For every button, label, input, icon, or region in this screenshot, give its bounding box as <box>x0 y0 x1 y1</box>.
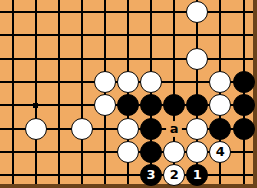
white-stone <box>209 94 231 116</box>
grid-line-horizontal <box>0 174 253 176</box>
black-stone <box>233 118 255 140</box>
white-stone <box>140 71 162 93</box>
grid-line-horizontal <box>0 11 253 13</box>
go-board: a1234 <box>0 0 257 188</box>
black-stone <box>186 94 208 116</box>
white-stone <box>25 118 47 140</box>
white-stone <box>117 71 139 93</box>
white-stone <box>94 71 116 93</box>
star-point <box>33 103 38 108</box>
black-stone <box>233 71 255 93</box>
white-stone <box>117 141 139 163</box>
grid-line-horizontal <box>0 58 253 60</box>
white-stone <box>186 141 208 163</box>
black-stone <box>209 118 231 140</box>
white-stone <box>94 94 116 116</box>
black-stone <box>233 94 255 116</box>
grid-line-horizontal <box>0 34 253 36</box>
white-stone <box>186 118 208 140</box>
white-stone <box>186 48 208 70</box>
move-number-label: 3 <box>140 164 162 186</box>
grid-line-vertical <box>58 0 60 184</box>
grid-line-vertical <box>12 0 14 184</box>
white-stone <box>163 141 185 163</box>
black-stone <box>140 94 162 116</box>
white-stone <box>117 118 139 140</box>
white-stone <box>209 71 231 93</box>
move-number-label: 1 <box>186 164 208 186</box>
black-stone <box>163 94 185 116</box>
board-edge-right <box>253 0 257 188</box>
black-stone <box>140 141 162 163</box>
white-stone <box>71 118 93 140</box>
black-stone <box>117 94 139 116</box>
board-edge-bottom <box>0 184 257 188</box>
point-label: a <box>163 118 185 140</box>
black-stone <box>140 118 162 140</box>
grid-line-vertical <box>81 0 83 184</box>
move-number-label: 4 <box>209 141 231 163</box>
grid-line-vertical <box>35 0 37 184</box>
white-stone <box>186 1 208 23</box>
move-number-label: 2 <box>163 164 185 186</box>
